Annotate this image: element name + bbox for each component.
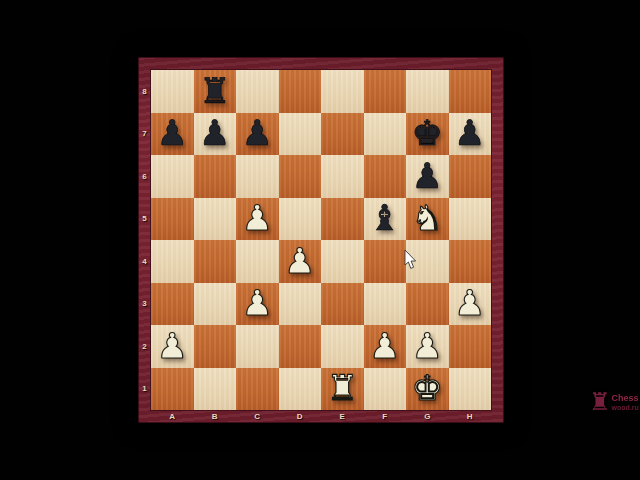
square-d5[interactable] — [279, 198, 322, 241]
rank-label-7: 7 — [138, 113, 151, 156]
rank-label-3: 3 — [138, 283, 151, 326]
square-e8[interactable] — [321, 70, 364, 113]
file-label-f: F — [364, 410, 407, 423]
square-e6[interactable] — [321, 155, 364, 198]
video-background: 87654321 ABCDEFGH ♜♟♟♟♚♟♟♟♝♞♟♟♟♟♟♟♜♚ ♜ C… — [0, 0, 640, 480]
square-h4[interactable] — [449, 240, 492, 283]
square-e2[interactable] — [321, 325, 364, 368]
file-label-a: A — [151, 410, 194, 423]
piece-white-knight-g5[interactable]: ♞ — [406, 198, 449, 241]
rank-label-8: 8 — [138, 70, 151, 113]
square-f4[interactable] — [364, 240, 407, 283]
piece-white-king-g1[interactable]: ♚ — [406, 368, 449, 411]
square-d2[interactable] — [279, 325, 322, 368]
piece-white-pawn-a2[interactable]: ♟ — [151, 325, 194, 368]
piece-white-pawn-d4[interactable]: ♟ — [279, 240, 322, 283]
square-h2[interactable] — [449, 325, 492, 368]
square-c2[interactable] — [236, 325, 279, 368]
file-label-b: B — [194, 410, 237, 423]
piece-black-pawn-g6[interactable]: ♟ — [406, 155, 449, 198]
square-a4[interactable] — [151, 240, 194, 283]
square-e3[interactable] — [321, 283, 364, 326]
piece-black-pawn-b7[interactable]: ♟ — [194, 113, 237, 156]
piece-white-pawn-c3[interactable]: ♟ — [236, 283, 279, 326]
rank-label-6: 6 — [138, 155, 151, 198]
chess-board: ♜♟♟♟♚♟♟♟♝♞♟♟♟♟♟♟♜♚ — [151, 70, 491, 410]
square-b6[interactable] — [194, 155, 237, 198]
square-a5[interactable] — [151, 198, 194, 241]
rank-labels: 87654321 — [138, 70, 151, 410]
mouse-cursor — [404, 250, 418, 270]
square-b3[interactable] — [194, 283, 237, 326]
piece-black-pawn-c7[interactable]: ♟ — [236, 113, 279, 156]
square-g3[interactable] — [406, 283, 449, 326]
square-d8[interactable] — [279, 70, 322, 113]
piece-black-pawn-a7[interactable]: ♟ — [151, 113, 194, 156]
chess-board-frame: 87654321 ABCDEFGH ♜♟♟♟♚♟♟♟♝♞♟♟♟♟♟♟♜♚ — [138, 57, 504, 423]
piece-black-rook-b8[interactable]: ♜ — [194, 70, 237, 113]
square-f1[interactable] — [364, 368, 407, 411]
rank-label-1: 1 — [138, 368, 151, 411]
square-h6[interactable] — [449, 155, 492, 198]
square-d3[interactable] — [279, 283, 322, 326]
square-a8[interactable] — [151, 70, 194, 113]
piece-white-rook-e1[interactable]: ♜ — [321, 368, 364, 411]
square-f8[interactable] — [364, 70, 407, 113]
square-a1[interactable] — [151, 368, 194, 411]
square-d6[interactable] — [279, 155, 322, 198]
square-b5[interactable] — [194, 198, 237, 241]
piece-white-pawn-g2[interactable]: ♟ — [406, 325, 449, 368]
piece-white-pawn-c5[interactable]: ♟ — [236, 198, 279, 241]
piece-black-king-g7[interactable]: ♚ — [406, 113, 449, 156]
watermark-brand: Chess — [612, 394, 639, 403]
square-d1[interactable] — [279, 368, 322, 411]
rank-label-5: 5 — [138, 198, 151, 241]
piece-white-pawn-h3[interactable]: ♟ — [449, 283, 492, 326]
rook-logo-icon: ♜ — [589, 390, 611, 414]
square-a3[interactable] — [151, 283, 194, 326]
rank-label-4: 4 — [138, 240, 151, 283]
square-f6[interactable] — [364, 155, 407, 198]
square-e7[interactable] — [321, 113, 364, 156]
square-c6[interactable] — [236, 155, 279, 198]
square-c8[interactable] — [236, 70, 279, 113]
square-g8[interactable] — [406, 70, 449, 113]
file-label-e: E — [321, 410, 364, 423]
square-b2[interactable] — [194, 325, 237, 368]
square-c1[interactable] — [236, 368, 279, 411]
square-f7[interactable] — [364, 113, 407, 156]
square-e4[interactable] — [321, 240, 364, 283]
square-d7[interactable] — [279, 113, 322, 156]
square-c4[interactable] — [236, 240, 279, 283]
piece-white-pawn-f2[interactable]: ♟ — [364, 325, 407, 368]
piece-black-bishop-f5[interactable]: ♝ — [364, 198, 407, 241]
rank-label-2: 2 — [138, 325, 151, 368]
file-label-d: D — [279, 410, 322, 423]
square-b1[interactable] — [194, 368, 237, 411]
square-b4[interactable] — [194, 240, 237, 283]
square-h1[interactable] — [449, 368, 492, 411]
file-label-g: G — [406, 410, 449, 423]
piece-black-pawn-h7[interactable]: ♟ — [449, 113, 492, 156]
square-h5[interactable] — [449, 198, 492, 241]
square-f3[interactable] — [364, 283, 407, 326]
file-label-h: H — [449, 410, 492, 423]
square-e5[interactable] — [321, 198, 364, 241]
square-a6[interactable] — [151, 155, 194, 198]
file-label-c: C — [236, 410, 279, 423]
file-labels: ABCDEFGH — [151, 410, 491, 423]
square-h8[interactable] — [449, 70, 492, 113]
chesswood-watermark: ♜ Chess wood.ru — [589, 386, 637, 418]
watermark-domain: wood.ru — [612, 404, 639, 411]
